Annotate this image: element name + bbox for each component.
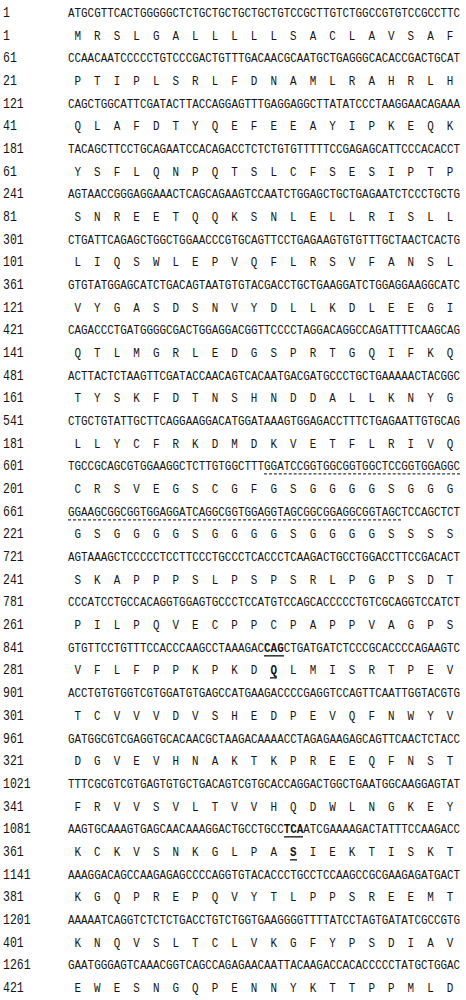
amino-acid-sequence: EWESNGQPENNYKTTPPMLD xyxy=(68,974,460,1000)
position-number: 421 xyxy=(0,974,68,1000)
sequence-listing: 1ATGCGTTCACTGGGGGCTCTGCTGCTGCTGCTGTCCGCT… xyxy=(0,0,466,1000)
sequence-listing-page: 1ATGCGTTCACTGGGGGCTCTGCTGCTGCTGCTGTCCGCT… xyxy=(0,0,466,1000)
protein-translation-row: 421EWESNGQPENNYKTTPPMLD xyxy=(0,974,466,1000)
